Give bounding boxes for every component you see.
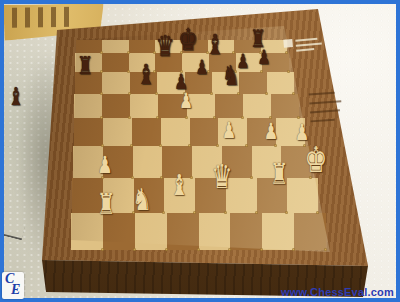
board-square-g6	[239, 72, 266, 94]
board-square-b6	[102, 72, 129, 94]
board-square-d2	[164, 178, 195, 213]
board-square-e2	[195, 178, 226, 213]
board-square-f4	[218, 118, 247, 146]
board-square-f6	[212, 72, 239, 94]
board-square-c8	[129, 40, 155, 53]
board-rank-3	[73, 146, 311, 178]
photo-frame-left	[0, 0, 4, 302]
board-square-f2	[226, 178, 257, 213]
board-square-g5	[243, 94, 271, 118]
board-square-f3	[222, 146, 252, 178]
ce-logo: C E	[2, 272, 24, 299]
board-rank-1	[71, 213, 326, 250]
board-square-f8	[208, 40, 234, 53]
board-square-f1	[230, 213, 262, 250]
board-square-f7	[209, 53, 236, 72]
board-square-c2	[134, 178, 165, 213]
board-rank-6	[75, 72, 294, 94]
board-rank-2	[72, 178, 318, 213]
board-square-h1	[294, 213, 326, 250]
board-square-g1	[262, 213, 294, 250]
board-square-b2	[103, 178, 134, 213]
board-square-b4	[103, 118, 132, 146]
board-square-a5	[74, 94, 102, 118]
board-square-b7	[102, 53, 129, 72]
board-square-d8	[155, 40, 181, 53]
board-square-f5	[215, 94, 243, 118]
photo-frame-bottom	[0, 298, 400, 302]
ce-logo-letter-e: E	[11, 282, 20, 298]
board-square-e5	[187, 94, 215, 118]
board-square-h4	[276, 118, 305, 146]
rim-logo-engraving	[283, 34, 325, 59]
board-square-c1	[135, 213, 167, 250]
board-square-e7	[182, 53, 209, 72]
board-square-e1	[199, 213, 231, 250]
board-square-e8	[182, 40, 208, 53]
board-square-e4	[190, 118, 219, 146]
board-square-d6	[157, 72, 184, 94]
photo-frame-right	[396, 0, 400, 302]
board-square-a1	[71, 213, 103, 250]
board-square-a3	[73, 146, 103, 178]
board-square-h5	[271, 94, 299, 118]
board-rank-5	[74, 94, 299, 118]
board-square-d1	[167, 213, 199, 250]
board-rank-7	[75, 53, 289, 72]
rim-logo-chip	[283, 39, 293, 48]
photo-of-chessboard: ♜♝♛♚♝♜♞♟♟♟♟♟♟♜♞♝♛♜♚♟♟♟♝ www.ChessEval.co…	[0, 0, 400, 302]
board-rank-4	[74, 118, 305, 146]
board-square-c4	[132, 118, 161, 146]
board-square-b5	[102, 94, 130, 118]
rim-signature-engraving	[309, 91, 352, 134]
board-square-a7	[75, 53, 102, 72]
board-square-a4	[74, 118, 103, 146]
board-square-c5	[130, 94, 158, 118]
board-square-g2	[257, 178, 288, 213]
board-square-c6	[130, 72, 157, 94]
board-square-d7	[155, 53, 182, 72]
board-square-d3	[162, 146, 192, 178]
board-square-d5	[158, 94, 186, 118]
board-square-h2	[287, 178, 318, 213]
board-square-a6	[75, 72, 102, 94]
board-square-g7	[236, 53, 263, 72]
board-square-b1	[103, 213, 135, 250]
board-square-g4	[247, 118, 276, 146]
board-square-c7	[129, 53, 156, 72]
board-square-c3	[133, 146, 163, 178]
board-square-b3	[103, 146, 133, 178]
board-square-h6	[267, 72, 294, 94]
board-square-a8	[76, 40, 102, 53]
photo-frame-top	[0, 0, 400, 4]
board-square-h3	[281, 146, 311, 178]
watermark-url: www.ChessEval.com	[281, 286, 394, 298]
board-square-d4	[161, 118, 190, 146]
board-square-g8	[234, 40, 260, 53]
board-square-a2	[72, 178, 103, 213]
board-square-g3	[252, 146, 282, 178]
board-square-e3	[192, 146, 222, 178]
board-rank-8	[76, 40, 287, 53]
box-grid-detail	[12, 7, 74, 28]
board-square-e6	[185, 72, 212, 94]
board-square-b8	[102, 40, 128, 53]
